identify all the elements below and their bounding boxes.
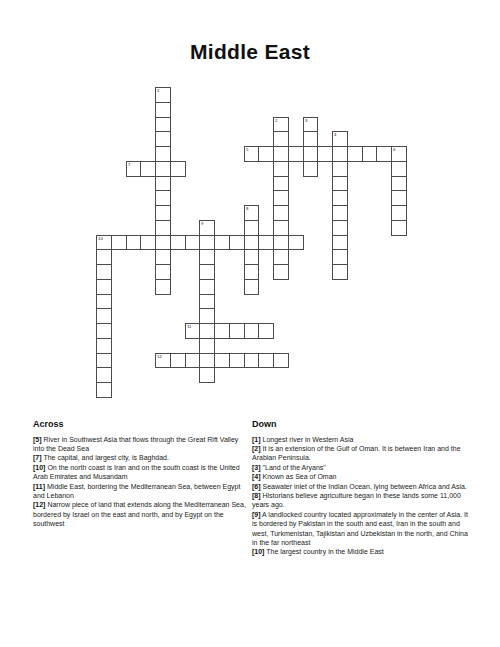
grid-cell[interactable]	[199, 294, 215, 310]
grid-cell[interactable]	[303, 161, 319, 177]
grid-cell[interactable]	[273, 146, 289, 162]
clue-down-8: [8] Historians believe agriculture began…	[252, 491, 472, 510]
grid-cell[interactable]	[273, 161, 289, 177]
grid-cell[interactable]	[258, 353, 274, 369]
grid-cell[interactable]	[214, 323, 230, 339]
grid-cell[interactable]	[332, 146, 348, 162]
grid-cell[interactable]	[214, 235, 230, 251]
grid-cell[interactable]	[185, 353, 201, 369]
grid-cell[interactable]	[362, 146, 378, 162]
grid-cell[interactable]	[288, 235, 304, 251]
grid-cell[interactable]	[376, 146, 392, 162]
cell-number: 2	[275, 118, 277, 122]
grid-cell[interactable]	[317, 146, 333, 162]
grid-cell[interactable]	[273, 205, 289, 221]
grid-cell[interactable]	[303, 146, 319, 162]
grid-cell[interactable]	[126, 235, 142, 251]
grid-cell[interactable]	[332, 161, 348, 177]
grid-cell[interactable]	[332, 220, 348, 236]
clue-down-2: [2] It is an extension of the Gulf of Om…	[252, 444, 472, 463]
grid-cell[interactable]	[111, 235, 127, 251]
grid-cell[interactable]	[155, 279, 171, 295]
clue-number: [4]	[252, 473, 261, 480]
grid-cell[interactable]	[199, 338, 215, 354]
grid-cell[interactable]	[199, 249, 215, 265]
grid-cell[interactable]	[96, 294, 112, 310]
grid-cell[interactable]: 11	[185, 323, 201, 339]
grid-cell[interactable]	[96, 367, 112, 383]
grid-cell[interactable]	[155, 146, 171, 162]
clue-number: [2]	[252, 445, 261, 452]
grid-cell[interactable]	[391, 205, 407, 221]
grid-cell[interactable]	[185, 235, 201, 251]
clue-down-4: [4] Known as Sea of Oman	[252, 472, 472, 481]
cell-number: 10	[98, 236, 103, 240]
across-clues-section: Across [5] River in Southwest Asia that …	[33, 419, 249, 529]
grid-cell[interactable]	[229, 235, 245, 251]
cell-number: 12	[157, 354, 162, 358]
grid-cell[interactable]	[258, 235, 274, 251]
grid-cell[interactable]	[170, 161, 186, 177]
grid-cell[interactable]	[96, 353, 112, 369]
clue-down-3: [3] "Land of the Aryans"	[252, 463, 472, 472]
clue-down-10: [10] The largest country in the Middle E…	[252, 547, 472, 556]
grid-cell[interactable]	[273, 220, 289, 236]
clue-number: [7]	[33, 454, 42, 461]
down-clues-section: Down [1] Longest river in Western Asia[2…	[252, 419, 472, 557]
grid-cell[interactable]	[258, 323, 274, 339]
grid-cell[interactable]	[155, 102, 171, 118]
grid-cell[interactable]	[155, 131, 171, 147]
clue-number: [5]	[33, 436, 42, 443]
grid-cell[interactable]: 6	[391, 146, 407, 162]
cell-number: 1	[157, 88, 159, 92]
grid-cell[interactable]	[96, 338, 112, 354]
grid-cell[interactable]	[273, 264, 289, 280]
cell-number: 9	[201, 221, 203, 225]
grid-cell[interactable]	[229, 353, 245, 369]
grid-cell[interactable]	[155, 161, 171, 177]
cell-number: 6	[393, 147, 395, 151]
grid-cell[interactable]	[391, 176, 407, 192]
across-header: Across	[33, 419, 249, 429]
grid-cell[interactable]	[140, 161, 156, 177]
puzzle-title: Middle East	[0, 40, 500, 64]
grid-cell[interactable]	[214, 353, 230, 369]
crossword-page: Middle East 123456789101112 Across [5] R…	[0, 0, 500, 647]
clue-number: [9]	[252, 511, 261, 518]
grid-cell[interactable]	[244, 323, 260, 339]
grid-cell[interactable]	[155, 205, 171, 221]
grid-cell[interactable]	[199, 367, 215, 383]
cell-number: 4	[334, 132, 336, 136]
grid-cell[interactable]: 8	[244, 205, 260, 221]
grid-cell[interactable]	[155, 235, 171, 251]
clue-number: [10]	[33, 464, 45, 471]
grid-cell[interactable]	[170, 235, 186, 251]
grid-cell[interactable]	[244, 249, 260, 265]
grid-cell[interactable]: 5	[244, 146, 260, 162]
grid-cell[interactable]	[199, 323, 215, 339]
grid-cell[interactable]	[288, 146, 304, 162]
cell-number: 11	[187, 324, 191, 328]
grid-cell[interactable]: 4	[332, 131, 348, 147]
grid-cell[interactable]	[273, 176, 289, 192]
grid-cell[interactable]	[347, 146, 363, 162]
clue-down-9: [9] A landlocked country located approxi…	[252, 510, 472, 548]
grid-cell[interactable]	[96, 264, 112, 280]
grid-cell[interactable]	[96, 382, 112, 398]
grid-cell[interactable]	[170, 353, 186, 369]
grid-cell[interactable]	[140, 235, 156, 251]
cell-number: 8	[246, 206, 248, 210]
clue-across-10: [10] On the north coast is Iran and on t…	[33, 463, 249, 482]
grid-cell[interactable]	[332, 176, 348, 192]
grid-cell[interactable]	[155, 117, 171, 133]
clue-across-12: [12] Narrow piece of land that extends a…	[33, 500, 249, 528]
grid-cell[interactable]	[273, 249, 289, 265]
grid-cell[interactable]	[273, 131, 289, 147]
grid-cell[interactable]	[332, 235, 348, 251]
across-clues-list: [5] River in Southwest Asia that flows t…	[33, 435, 249, 529]
grid-cell[interactable]	[273, 235, 289, 251]
cell-number: 7	[128, 162, 130, 166]
grid-cell[interactable]	[155, 264, 171, 280]
grid-cell[interactable]	[273, 190, 289, 206]
grid-cell[interactable]	[199, 235, 215, 251]
clue-number: [1]	[252, 436, 261, 443]
grid-cell[interactable]	[258, 146, 274, 162]
grid-cell[interactable]	[229, 323, 245, 339]
grid-cell[interactable]	[244, 235, 260, 251]
grid-cell[interactable]	[96, 279, 112, 295]
grid-cell[interactable]	[199, 279, 215, 295]
grid-cell[interactable]	[155, 220, 171, 236]
clue-down-6: [6] Seawater inlet of the Indian Ocean, …	[252, 482, 472, 491]
clue-across-11: [11] Middle East, bordering the Mediterr…	[33, 482, 249, 501]
grid-cell[interactable]	[199, 308, 215, 324]
grid-cell[interactable]	[332, 190, 348, 206]
grid-cell[interactable]	[244, 264, 260, 280]
grid-cell[interactable]	[244, 353, 260, 369]
clue-down-1: [1] Longest river in Western Asia	[252, 435, 472, 444]
clue-number: [11]	[33, 483, 45, 490]
clue-across-7: [7] The capital, and largest city, is Ba…	[33, 453, 249, 462]
grid-cell[interactable]	[244, 279, 260, 295]
clue-across-5: [5] River in Southwest Asia that flows t…	[33, 435, 249, 454]
clue-number: [3]	[252, 464, 261, 471]
grid-cell[interactable]	[273, 353, 289, 369]
grid-cell[interactable]: 3	[303, 117, 319, 133]
grid-cell[interactable]	[332, 249, 348, 265]
crossword-grid: 123456789101112	[96, 87, 408, 399]
clue-number: [6]	[252, 483, 261, 490]
clue-number: [12]	[33, 501, 45, 508]
grid-cell[interactable]: 12	[155, 353, 171, 369]
grid-cell[interactable]: 10	[96, 235, 112, 251]
grid-cell[interactable]	[244, 220, 260, 236]
clue-number: [10]	[252, 548, 264, 555]
grid-cell[interactable]	[96, 323, 112, 339]
grid-cell[interactable]	[391, 161, 407, 177]
grid-cell[interactable]	[155, 249, 171, 265]
grid-cell[interactable]	[303, 131, 319, 147]
cell-number: 5	[246, 147, 248, 151]
grid-cell[interactable]	[391, 190, 407, 206]
grid-cell[interactable]	[155, 176, 171, 192]
grid-cell[interactable]	[199, 353, 215, 369]
grid-cell[interactable]: 2	[273, 117, 289, 133]
down-clues-list: [1] Longest river in Western Asia[2] It …	[252, 435, 472, 557]
cell-number: 3	[305, 118, 307, 122]
grid-cell[interactable]	[199, 264, 215, 280]
grid-cell[interactable]: 1	[155, 87, 171, 103]
grid-cell[interactable]: 9	[199, 220, 215, 236]
clue-number: [8]	[252, 492, 261, 499]
grid-cell[interactable]	[332, 264, 348, 280]
grid-cell[interactable]	[391, 220, 407, 236]
down-header: Down	[252, 419, 472, 429]
grid-cell[interactable]	[96, 249, 112, 265]
grid-cell[interactable]	[155, 190, 171, 206]
grid-cell[interactable]: 7	[126, 161, 142, 177]
grid-cell[interactable]	[96, 308, 112, 324]
grid-cell[interactable]	[332, 205, 348, 221]
